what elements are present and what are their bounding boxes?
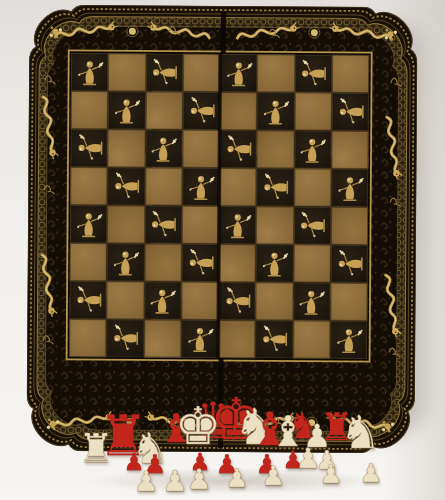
white-rook: ♜: [78, 428, 114, 468]
white-pawn: ♟: [133, 468, 158, 496]
white-pawn: ♟: [186, 466, 211, 494]
white-knight: ♞: [339, 409, 380, 455]
white-pawn: ♟: [359, 460, 382, 486]
pieces-layer: ♜♜♞♝♚♛♚♞♝♝♞♟♜♞♟♟♟♟♟♟♟♟♟♟♟♟♟♟♟: [0, 0, 445, 500]
photo-scene: ♜♜♞♝♚♛♚♞♝♝♞♟♜♞♟♟♟♟♟♟♟♟♟♟♟♟♟♟♟: [0, 0, 445, 500]
white-pawn: ♟: [225, 465, 248, 491]
white-pawn: ♟: [261, 462, 285, 489]
white-king: ♚: [175, 400, 222, 452]
white-pawn: ♟: [162, 467, 188, 496]
white-pawn: ♟: [319, 461, 342, 487]
